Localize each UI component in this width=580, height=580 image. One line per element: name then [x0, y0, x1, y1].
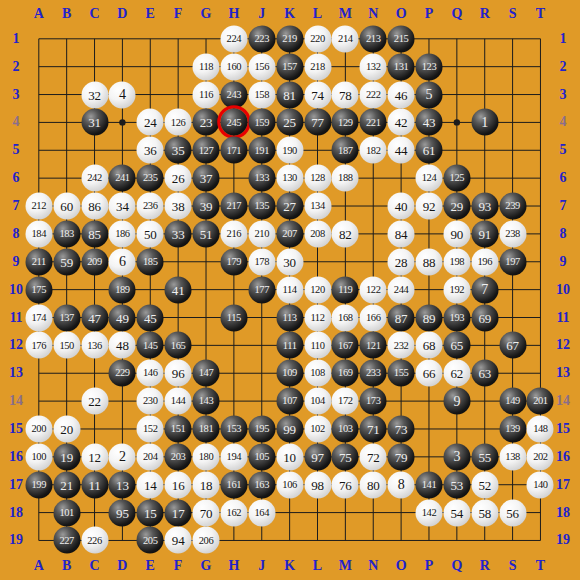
col-label-bottom-K: K [284, 559, 295, 573]
stone-Q6-move-125: 125 [443, 165, 470, 192]
stone-R13-move-63: 63 [471, 360, 498, 387]
row-label-left-18: 18 [9, 506, 23, 520]
col-label-top-A: A [34, 7, 44, 21]
stone-N16-move-72: 72 [360, 443, 387, 470]
col-label-bottom-G: G [201, 559, 212, 573]
stone-H1-move-224: 224 [220, 25, 247, 52]
stone-P13-move-66: 66 [415, 360, 442, 387]
stone-H8-move-216: 216 [220, 220, 247, 247]
stone-J4-move-159: 159 [248, 109, 275, 136]
stone-E4-move-24: 24 [137, 109, 164, 136]
stone-N3-move-222: 222 [360, 81, 387, 108]
stone-L17-move-98: 98 [304, 471, 331, 498]
stone-C12-move-136: 136 [81, 332, 108, 359]
stone-P7-move-92: 92 [415, 193, 442, 220]
stone-G7-move-39: 39 [193, 193, 220, 220]
row-label-right-1: 1 [560, 32, 567, 46]
stone-L6-move-128: 128 [304, 165, 331, 192]
stone-M11-move-168: 168 [332, 304, 359, 331]
stone-S15-move-139: 139 [499, 415, 526, 442]
stone-N2-move-132: 132 [360, 53, 387, 80]
stone-F15-move-151: 151 [165, 415, 192, 442]
stone-O1-move-215: 215 [388, 25, 415, 52]
stone-O7-move-40: 40 [388, 193, 415, 220]
col-label-top-F: F [174, 7, 183, 21]
stone-M13-move-169: 169 [332, 360, 359, 387]
stone-J1-move-223: 223 [248, 25, 275, 52]
stone-R17-move-52: 52 [471, 471, 498, 498]
col-label-top-L: L [313, 7, 322, 21]
stone-O4-move-42: 42 [388, 109, 415, 136]
row-label-right-9: 9 [560, 255, 567, 269]
stone-C3-move-32: 32 [81, 81, 108, 108]
stone-K17-move-106: 106 [276, 471, 303, 498]
stone-H15-move-153: 153 [220, 415, 247, 442]
stone-D11-move-49: 49 [109, 304, 136, 331]
stone-G13-move-147: 147 [193, 360, 220, 387]
stone-B18-move-101: 101 [53, 499, 80, 526]
stone-L4-move-77: 77 [304, 109, 331, 136]
stone-G2-move-118: 118 [193, 53, 220, 80]
stone-B19-move-227: 227 [53, 527, 80, 554]
stone-S9-move-197: 197 [499, 248, 526, 275]
stone-L13-move-108: 108 [304, 360, 331, 387]
stone-L2-move-218: 218 [304, 53, 331, 80]
row-label-left-9: 9 [13, 255, 20, 269]
row-label-left-4: 4 [13, 115, 20, 129]
stone-T17-move-140: 140 [527, 471, 554, 498]
stone-D12-move-48: 48 [109, 332, 136, 359]
stone-C4-move-31: 31 [81, 109, 108, 136]
stone-G16-move-180: 180 [193, 443, 220, 470]
col-label-top-B: B [62, 7, 71, 21]
stone-Q18-move-54: 54 [443, 499, 470, 526]
stone-M12-move-167: 167 [332, 332, 359, 359]
stone-B11-move-137: 137 [53, 304, 80, 331]
stone-L14-move-104: 104 [304, 388, 331, 415]
stone-N12-move-121: 121 [360, 332, 387, 359]
row-label-left-8: 8 [13, 227, 20, 241]
row-label-left-15: 15 [9, 422, 23, 436]
stone-Q7-move-29: 29 [443, 193, 470, 220]
stone-H17-move-161: 161 [220, 471, 247, 498]
row-label-left-13: 13 [9, 366, 23, 380]
stone-D13-move-229: 229 [109, 360, 136, 387]
stone-P12-move-68: 68 [415, 332, 442, 359]
col-label-top-M: M [339, 7, 352, 21]
stone-B12-move-150: 150 [53, 332, 80, 359]
stone-J9-move-178: 178 [248, 248, 275, 275]
col-label-top-Q: Q [451, 7, 462, 21]
stone-D10-move-189: 189 [109, 276, 136, 303]
stone-K11-move-113: 113 [276, 304, 303, 331]
stone-O10-move-244: 244 [388, 276, 415, 303]
stone-E16-move-204: 204 [137, 443, 164, 470]
stone-M14-move-172: 172 [332, 388, 359, 415]
stone-P9-move-88: 88 [415, 248, 442, 275]
stone-A17-move-199: 199 [25, 471, 52, 498]
row-label-left-10: 10 [9, 283, 23, 297]
stone-A15-move-200: 200 [25, 415, 52, 442]
stone-H11-move-115: 115 [220, 304, 247, 331]
col-label-bottom-S: S [509, 559, 517, 573]
stone-N4-move-221: 221 [360, 109, 387, 136]
stone-H3-move-243: 243 [220, 81, 247, 108]
stone-Q8-move-90: 90 [443, 220, 470, 247]
stone-K14-move-107: 107 [276, 388, 303, 415]
stone-P17-move-141: 141 [415, 471, 442, 498]
stone-M8-move-82: 82 [332, 220, 359, 247]
col-label-bottom-C: C [89, 559, 99, 573]
row-label-left-2: 2 [13, 60, 20, 74]
stone-J8-move-210: 210 [248, 220, 275, 247]
row-label-right-12: 12 [556, 338, 570, 352]
stone-G8-move-51: 51 [193, 220, 220, 247]
stone-O16-move-79: 79 [388, 443, 415, 470]
stone-R7-move-93: 93 [471, 193, 498, 220]
stone-J7-move-135: 135 [248, 193, 275, 220]
go-board[interactable]: AABBCCDDEEFFGGHHJJKKLLMMNNOOPPQQRRSSTT11… [0, 0, 580, 580]
col-label-bottom-T: T [536, 559, 545, 573]
stone-B8-move-183: 183 [53, 220, 80, 247]
stone-N10-move-122: 122 [360, 276, 387, 303]
stone-S16-move-138: 138 [499, 443, 526, 470]
stone-O3-move-46: 46 [388, 81, 415, 108]
col-label-bottom-R: R [480, 559, 490, 573]
col-label-top-T: T [536, 7, 545, 21]
stone-R10-move-7: 7 [471, 276, 498, 303]
stone-K4-move-25: 25 [276, 109, 303, 136]
stone-B7-move-60: 60 [53, 193, 80, 220]
stone-L10-move-120: 120 [304, 276, 331, 303]
row-label-left-12: 12 [9, 338, 23, 352]
col-label-bottom-F: F [174, 559, 183, 573]
row-label-right-6: 6 [560, 171, 567, 185]
row-label-left-17: 17 [9, 478, 23, 492]
col-label-bottom-E: E [146, 559, 155, 573]
stone-M15-move-103: 103 [332, 415, 359, 442]
row-label-right-17: 17 [556, 478, 570, 492]
stone-S14-move-149: 149 [499, 388, 526, 415]
col-label-top-N: N [368, 7, 378, 21]
stone-J10-move-177: 177 [248, 276, 275, 303]
stone-R18-move-58: 58 [471, 499, 498, 526]
row-label-right-15: 15 [556, 422, 570, 436]
stone-Q16-move-3: 3 [443, 443, 470, 470]
stone-E12-move-145: 145 [137, 332, 164, 359]
stone-C8-move-85: 85 [81, 220, 108, 247]
stone-K5-move-190: 190 [276, 137, 303, 164]
stone-E13-move-146: 146 [137, 360, 164, 387]
stone-R11-move-69: 69 [471, 304, 498, 331]
stone-A10-move-175: 175 [25, 276, 52, 303]
col-label-bottom-O: O [396, 559, 407, 573]
stone-F4-move-126: 126 [165, 109, 192, 136]
col-label-top-O: O [396, 7, 407, 21]
row-label-right-4: 4 [560, 115, 567, 129]
stone-C11-move-47: 47 [81, 304, 108, 331]
col-label-bottom-L: L [313, 559, 322, 573]
stone-K13-move-109: 109 [276, 360, 303, 387]
col-label-top-K: K [284, 7, 295, 21]
stone-H18-move-162: 162 [220, 499, 247, 526]
row-label-left-7: 7 [13, 199, 20, 213]
stone-E18-move-15: 15 [137, 499, 164, 526]
stone-G3-move-116: 116 [193, 81, 220, 108]
col-label-bottom-P: P [425, 559, 434, 573]
row-label-right-10: 10 [556, 283, 570, 297]
stone-H2-move-160: 160 [220, 53, 247, 80]
col-label-top-S: S [509, 7, 517, 21]
stone-K15-move-99: 99 [276, 415, 303, 442]
stone-A9-move-211: 211 [25, 248, 52, 275]
stone-E14-move-230: 230 [137, 388, 164, 415]
row-label-left-11: 11 [9, 311, 22, 325]
stone-O15-move-73: 73 [388, 415, 415, 442]
stone-B15-move-20: 20 [53, 415, 80, 442]
stone-R9-move-196: 196 [471, 248, 498, 275]
col-label-bottom-A: A [34, 559, 44, 573]
stone-D6-move-241: 241 [109, 165, 136, 192]
stone-K12-move-111: 111 [276, 332, 303, 359]
hoshi-Q4 [454, 119, 460, 125]
stone-M5-move-187: 187 [332, 137, 359, 164]
stone-T14-move-201: 201 [527, 388, 554, 415]
stone-K7-move-27: 27 [276, 193, 303, 220]
stone-M16-move-75: 75 [332, 443, 359, 470]
col-label-bottom-D: D [117, 559, 127, 573]
stone-P11-move-89: 89 [415, 304, 442, 331]
stone-Q13-move-62: 62 [443, 360, 470, 387]
stone-C17-move-11: 11 [81, 471, 108, 498]
stone-N1-move-213: 213 [360, 25, 387, 52]
stone-O11-move-87: 87 [388, 304, 415, 331]
stone-E5-move-36: 36 [137, 137, 164, 164]
col-label-top-H: H [228, 7, 239, 21]
stone-D8-move-186: 186 [109, 220, 136, 247]
stone-E6-move-235: 235 [137, 165, 164, 192]
stone-Q9-move-198: 198 [443, 248, 470, 275]
stone-B17-move-21: 21 [53, 471, 80, 498]
stone-N11-move-166: 166 [360, 304, 387, 331]
stone-J16-move-105: 105 [248, 443, 275, 470]
stone-H16-move-194: 194 [220, 443, 247, 470]
stone-J15-move-195: 195 [248, 415, 275, 442]
col-label-top-R: R [480, 7, 490, 21]
hoshi-D4 [119, 119, 125, 125]
stone-B16-move-19: 19 [53, 443, 80, 470]
stone-P6-move-124: 124 [415, 165, 442, 192]
stone-E11-move-45: 45 [137, 304, 164, 331]
stone-C6-move-242: 242 [81, 165, 108, 192]
stone-S7-move-239: 239 [499, 193, 526, 220]
stone-F5-move-35: 35 [165, 137, 192, 164]
stone-S8-move-238: 238 [499, 220, 526, 247]
stone-F16-move-203: 203 [165, 443, 192, 470]
stone-L15-move-102: 102 [304, 415, 331, 442]
stone-C19-move-226: 226 [81, 527, 108, 554]
stone-F6-move-26: 26 [165, 165, 192, 192]
row-label-right-2: 2 [560, 60, 567, 74]
row-label-left-19: 19 [9, 533, 23, 547]
col-label-bottom-N: N [368, 559, 378, 573]
row-label-left-6: 6 [13, 171, 20, 185]
row-label-right-3: 3 [560, 88, 567, 102]
stone-E7-move-236: 236 [137, 193, 164, 220]
stone-L11-move-112: 112 [304, 304, 331, 331]
stone-S12-move-67: 67 [499, 332, 526, 359]
row-label-right-19: 19 [556, 533, 570, 547]
row-label-right-18: 18 [556, 506, 570, 520]
stone-P18-move-142: 142 [415, 499, 442, 526]
stone-K16-move-10: 10 [276, 443, 303, 470]
stone-M17-move-76: 76 [332, 471, 359, 498]
stone-D16-move-2: 2 [109, 443, 136, 470]
stone-M4-move-129: 129 [332, 109, 359, 136]
stone-K6-move-130: 130 [276, 165, 303, 192]
stone-K3-move-81: 81 [276, 81, 303, 108]
stone-F8-move-33: 33 [165, 220, 192, 247]
stone-H9-move-179: 179 [220, 248, 247, 275]
stone-E15-move-152: 152 [137, 415, 164, 442]
stone-Q14-move-9: 9 [443, 388, 470, 415]
row-label-right-7: 7 [560, 199, 567, 213]
stone-L8-move-208: 208 [304, 220, 331, 247]
stone-N17-move-80: 80 [360, 471, 387, 498]
stone-K9-move-30: 30 [276, 248, 303, 275]
stone-M10-move-119: 119 [332, 276, 359, 303]
stone-F10-move-41: 41 [165, 276, 192, 303]
col-label-top-C: C [89, 7, 99, 21]
row-label-left-14: 14 [9, 394, 23, 408]
stone-N15-move-71: 71 [360, 415, 387, 442]
stone-O5-move-44: 44 [388, 137, 415, 164]
stone-F19-move-94: 94 [165, 527, 192, 554]
stone-E9-move-185: 185 [137, 248, 164, 275]
stone-O8-move-84: 84 [388, 220, 415, 247]
stone-F18-move-17: 17 [165, 499, 192, 526]
stone-D17-move-13: 13 [109, 471, 136, 498]
stone-G19-move-206: 206 [193, 527, 220, 554]
stone-G14-move-143: 143 [193, 388, 220, 415]
row-label-right-8: 8 [560, 227, 567, 241]
stone-G17-move-18: 18 [193, 471, 220, 498]
row-label-right-5: 5 [560, 143, 567, 157]
stone-O12-move-232: 232 [388, 332, 415, 359]
stone-J5-move-191: 191 [248, 137, 275, 164]
stone-D18-move-95: 95 [109, 499, 136, 526]
col-label-bottom-J: J [258, 559, 265, 573]
col-label-top-G: G [201, 7, 212, 21]
stone-R8-move-91: 91 [471, 220, 498, 247]
stone-F12-move-165: 165 [165, 332, 192, 359]
stone-F14-move-144: 144 [165, 388, 192, 415]
col-label-top-D: D [117, 7, 127, 21]
stone-K10-move-114: 114 [276, 276, 303, 303]
stone-L12-move-110: 110 [304, 332, 331, 359]
stone-G5-move-127: 127 [193, 137, 220, 164]
stone-D9-move-6: 6 [109, 248, 136, 275]
col-label-top-P: P [425, 7, 434, 21]
stone-E17-move-14: 14 [137, 471, 164, 498]
stone-O13-move-155: 155 [388, 360, 415, 387]
stone-L3-move-74: 74 [304, 81, 331, 108]
stone-P5-move-61: 61 [415, 137, 442, 164]
stone-C9-move-209: 209 [81, 248, 108, 275]
row-label-left-3: 3 [13, 88, 20, 102]
stone-A16-move-100: 100 [25, 443, 52, 470]
stone-Q12-move-65: 65 [443, 332, 470, 359]
stone-J3-move-158: 158 [248, 81, 275, 108]
stone-R16-move-55: 55 [471, 443, 498, 470]
stone-K1-move-219: 219 [276, 25, 303, 52]
stone-P3-move-5: 5 [415, 81, 442, 108]
stone-Q11-move-193: 193 [443, 304, 470, 331]
stone-F7-move-38: 38 [165, 193, 192, 220]
stone-K2-move-157: 157 [276, 53, 303, 80]
stone-C14-move-22: 22 [81, 388, 108, 415]
stone-L1-move-220: 220 [304, 25, 331, 52]
stone-G4-move-23: 23 [193, 109, 220, 136]
stone-A8-move-184: 184 [25, 220, 52, 247]
stone-L16-move-97: 97 [304, 443, 331, 470]
stone-D3-move-4: 4 [109, 81, 136, 108]
row-label-right-14: 14 [556, 394, 570, 408]
stone-H5-move-171: 171 [220, 137, 247, 164]
stone-R4-move-1: 1 [471, 109, 498, 136]
stone-M3-move-78: 78 [332, 81, 359, 108]
stone-K8-move-207: 207 [276, 220, 303, 247]
row-label-left-1: 1 [13, 32, 20, 46]
stone-P4-move-43: 43 [415, 109, 442, 136]
col-label-bottom-Q: Q [451, 559, 462, 573]
row-label-right-11: 11 [556, 311, 569, 325]
stone-G15-move-181: 181 [193, 415, 220, 442]
stone-M6-move-188: 188 [332, 165, 359, 192]
stone-C16-move-12: 12 [81, 443, 108, 470]
stone-T16-move-202: 202 [527, 443, 554, 470]
stone-O2-move-131: 131 [388, 53, 415, 80]
stone-E19-move-205: 205 [137, 527, 164, 554]
col-label-bottom-B: B [62, 559, 71, 573]
stone-L7-move-134: 134 [304, 193, 331, 220]
col-label-bottom-M: M [339, 559, 352, 573]
stone-G18-move-70: 70 [193, 499, 220, 526]
stone-O9-move-28: 28 [388, 248, 415, 275]
stone-N14-move-173: 173 [360, 388, 387, 415]
stone-C7-move-86: 86 [81, 193, 108, 220]
stone-P2-move-123: 123 [415, 53, 442, 80]
stone-J2-move-156: 156 [248, 53, 275, 80]
stone-H7-move-217: 217 [220, 193, 247, 220]
stone-E8-move-50: 50 [137, 220, 164, 247]
stone-G6-move-37: 37 [193, 165, 220, 192]
stone-F13-move-96: 96 [165, 360, 192, 387]
stone-A12-move-176: 176 [25, 332, 52, 359]
col-label-top-J: J [258, 7, 265, 21]
stone-M1-move-214: 214 [332, 25, 359, 52]
stone-N13-move-233: 233 [360, 360, 387, 387]
row-label-left-5: 5 [13, 143, 20, 157]
row-label-right-16: 16 [556, 450, 570, 464]
stone-O17-move-8: 8 [388, 471, 415, 498]
stone-Q10-move-192: 192 [443, 276, 470, 303]
stone-J6-move-133: 133 [248, 165, 275, 192]
stone-N5-move-182: 182 [360, 137, 387, 164]
row-label-right-13: 13 [556, 366, 570, 380]
stone-D7-move-34: 34 [109, 193, 136, 220]
stone-S18-move-56: 56 [499, 499, 526, 526]
